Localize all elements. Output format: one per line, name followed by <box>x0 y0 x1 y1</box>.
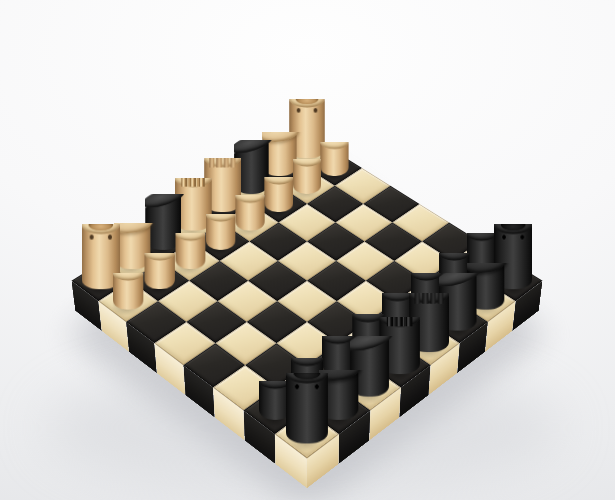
piece-top-face <box>235 188 264 203</box>
queen-fluted-column <box>181 169 205 187</box>
king-rod <box>422 282 428 303</box>
king-rod <box>224 148 229 167</box>
king-rod <box>209 148 214 167</box>
photo-stage: ♖♙♟♜♘♙♟♞♗♙♟♝♔♙♟♚♕♙♟♛♗♙♟♝♘♙♟♞♖♙♟♜ rnbqkbn… <box>0 0 615 500</box>
piece-black-rook: ♜ <box>286 372 328 443</box>
piece-top-face <box>320 134 348 148</box>
king-rod-bundle <box>209 148 236 167</box>
piece-top-face <box>113 265 144 280</box>
rook-recess <box>296 93 318 103</box>
king-rod <box>430 282 436 303</box>
queen-column-top <box>181 164 205 174</box>
rook-recess <box>89 219 113 230</box>
rook-dot <box>313 108 317 113</box>
rook-dot <box>502 234 506 239</box>
piece-top-face <box>176 225 206 240</box>
chess-board: ♖♙♟♜♘♙♟♞♗♙♟♝♔♙♟♚♕♙♟♛♗♙♟♝♘♙♟♞♖♙♟♜ <box>75 163 539 488</box>
king-rod <box>217 148 222 167</box>
piece-top-face <box>264 170 293 185</box>
rook-recess <box>501 219 525 230</box>
queen-column-top <box>387 301 413 312</box>
piece-top-face <box>293 152 322 166</box>
rook-dot <box>108 234 112 239</box>
queen-fluted-column <box>387 307 413 326</box>
king-rod-bundle <box>415 282 444 303</box>
king-rod <box>231 148 236 167</box>
king-rod <box>438 282 444 303</box>
rook-dot <box>314 383 318 389</box>
piece-top-face <box>206 206 236 221</box>
rook-recess <box>294 367 320 379</box>
scene: ♖♙♟♜♘♙♟♞♗♙♟♝♔♙♟♚♕♙♟♛♗♙♟♝♘♙♟♞♖♙♟♜ <box>0 0 615 500</box>
king-rod <box>415 282 421 303</box>
piece-top-face <box>145 245 175 260</box>
piece-top-face <box>467 225 497 240</box>
rook-dot <box>520 234 524 239</box>
